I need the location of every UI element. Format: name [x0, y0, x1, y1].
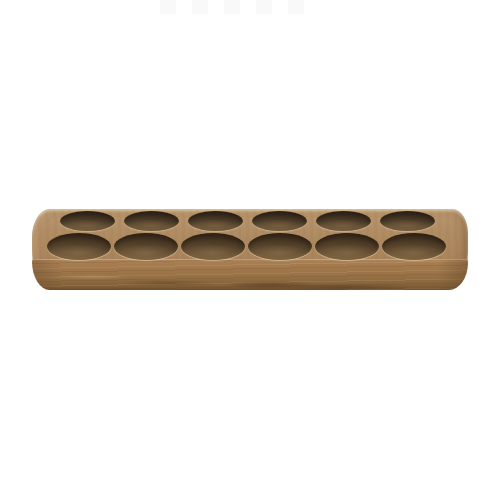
pit-r1-c2[interactable] [124, 211, 179, 231]
pit-r2-c3[interactable] [181, 233, 245, 260]
watermark-square [288, 0, 304, 14]
pit-r2-c6[interactable] [382, 233, 446, 260]
pit-r2-c4[interactable] [248, 233, 312, 260]
watermark-square [224, 0, 240, 14]
watermark-square [256, 0, 272, 14]
pit-r1-c3[interactable] [188, 211, 243, 231]
pit-r2-c1[interactable] [47, 233, 111, 260]
watermark-square [160, 0, 176, 14]
pit-r1-c4[interactable] [252, 211, 307, 231]
pit-r2-c5[interactable] [315, 233, 379, 260]
product-photo-canvas [0, 0, 500, 500]
pit-grid [32, 209, 468, 290]
pit-r1-c5[interactable] [316, 211, 371, 231]
mancala-board [32, 209, 468, 290]
faint-watermark-squares [160, 0, 304, 14]
watermark-square [192, 0, 208, 14]
pit-r1-c1[interactable] [60, 211, 115, 231]
pit-r2-c2[interactable] [114, 233, 178, 260]
pit-r1-c6[interactable] [380, 211, 435, 231]
